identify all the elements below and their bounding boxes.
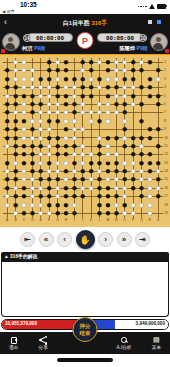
- white-stone: ●: [139, 201, 145, 209]
- black-stone: ●: [139, 100, 145, 108]
- go-to-start-button[interactable]: ⇤: [20, 232, 35, 247]
- white-status-badge: [165, 49, 169, 53]
- move-count: 316手: [91, 20, 106, 26]
- board-point-N7[interactable]: ●: [112, 108, 120, 116]
- share-button[interactable]: 分享: [39, 336, 48, 350]
- wifi-icon: [149, 4, 155, 9]
- black-stone: ●: [155, 100, 161, 108]
- black-player-name: 柯洁P9段: [22, 45, 45, 52]
- white-stone: ●: [80, 125, 86, 133]
- black-bet-total: 10,955,379,000: [2, 320, 78, 329]
- board-point-S19[interactable]: [154, 209, 162, 217]
- board-point-S17[interactable]: ●: [154, 192, 162, 200]
- black-stone: ●: [139, 83, 145, 91]
- go-to-end-button[interactable]: ⇥: [135, 232, 150, 247]
- black-stone: ●: [97, 209, 103, 217]
- black-stone: ●: [55, 209, 61, 217]
- white-stone: ●: [80, 108, 86, 116]
- board-point-H19[interactable]: ●: [62, 209, 70, 217]
- battery-icon: [157, 4, 166, 9]
- cellular-icon: [138, 6, 147, 8]
- white-stone: ●: [4, 142, 10, 150]
- prev-move-button[interactable]: ‹: [57, 232, 72, 247]
- board-point-L4[interactable]: ●: [95, 83, 103, 91]
- board-point-C19[interactable]: ●: [20, 209, 28, 217]
- black-stone: ●: [63, 209, 69, 217]
- board-point-Q4[interactable]: ●: [137, 83, 145, 91]
- white-stone: ●: [130, 209, 136, 217]
- white-captures-badge: 10: [139, 34, 147, 42]
- next-move-button[interactable]: ›: [98, 232, 113, 247]
- board-point-P6[interactable]: ●: [129, 100, 137, 108]
- exit-icon: [11, 337, 17, 344]
- white-stone: ●: [38, 209, 44, 217]
- black-stone: ●: [21, 209, 27, 217]
- board-point-K18[interactable]: [87, 201, 95, 209]
- board-point-J9[interactable]: ●: [79, 125, 87, 133]
- board-point-N8[interactable]: [112, 117, 120, 125]
- board-point-E1[interactable]: [37, 58, 45, 66]
- white-stone: ●: [97, 58, 103, 66]
- board-point-I1[interactable]: [70, 58, 78, 66]
- board-point-K10[interactable]: [87, 134, 95, 142]
- board-point-Q18[interactable]: ●: [137, 201, 145, 209]
- black-stone: ●: [147, 134, 153, 142]
- white-stone: ●: [122, 209, 128, 217]
- pass-badge: P: [77, 32, 94, 49]
- commentary-header[interactable]: ▲ 316手的解说: [1, 252, 169, 262]
- board-point-A19[interactable]: [3, 209, 11, 217]
- clock: 10:35: [20, 1, 37, 8]
- board-point-K16[interactable]: ●: [87, 184, 95, 192]
- exit-button[interactable]: 退出: [9, 336, 18, 350]
- board-point-D19[interactable]: ●: [28, 209, 36, 217]
- black-stone: ●: [88, 92, 94, 100]
- black-stone: ●: [130, 184, 136, 192]
- black-captures-badge: 14: [23, 34, 31, 42]
- white-stone: ●: [46, 209, 52, 217]
- board-point-K9[interactable]: [87, 125, 95, 133]
- column-coordinates: ABCDEFGHIJKLMNOPQRS: [3, 218, 163, 222]
- board-point-K8[interactable]: ●: [87, 117, 95, 125]
- white-stone: ●: [155, 75, 161, 83]
- status-bar: 10:35 ◀ 设置: [0, 0, 170, 14]
- black-stone: ●: [113, 134, 119, 142]
- board-point-P16[interactable]: ●: [129, 184, 137, 192]
- board-point-I19[interactable]: ●: [70, 209, 78, 217]
- board-point-R5[interactable]: ●: [146, 92, 154, 100]
- board-view-toggle-icon[interactable]: [148, 20, 152, 24]
- black-clock: 00:00:00: [27, 33, 73, 42]
- back-to-app-link[interactable]: ◀ 设置: [2, 9, 15, 14]
- player-bar: 14 10 00:00:00 00:00:00 P 柯洁P9段 陈耀烨P9段: [0, 30, 170, 55]
- board-point-S6[interactable]: ●: [154, 100, 162, 108]
- game-result-title: 白1目半胜316手: [0, 19, 170, 28]
- board-point-Q6[interactable]: ●: [137, 100, 145, 108]
- black-stone: ●: [71, 209, 77, 217]
- board-point-S3[interactable]: ●: [154, 75, 162, 83]
- white-stone: ●: [88, 184, 94, 192]
- board-point-L1[interactable]: ●: [95, 58, 103, 66]
- board-point-K5[interactable]: ●: [87, 92, 95, 100]
- black-stone: ●: [55, 117, 61, 125]
- board-point-L8[interactable]: ●: [95, 117, 103, 125]
- board-point-Q2[interactable]: ●: [137, 66, 145, 74]
- black-stone: ●: [113, 209, 119, 217]
- replay-controls: ⇤«‹✋›»⇥: [0, 227, 170, 252]
- board-point-R7[interactable]: [146, 108, 154, 116]
- black-stone: ●: [155, 125, 161, 133]
- black-stone: ●: [139, 66, 145, 74]
- board-point-N10[interactable]: ●: [112, 134, 120, 142]
- menu-book-icon: ▤: [153, 336, 160, 344]
- black-stone: ●: [155, 142, 161, 150]
- black-stone: ●: [29, 209, 35, 217]
- board-point-P19[interactable]: ●: [129, 209, 137, 217]
- board-point-S18[interactable]: [154, 201, 162, 209]
- board-point-M19[interactable]: ●: [104, 209, 112, 217]
- board-point-R6[interactable]: [146, 100, 154, 108]
- board-point-S9[interactable]: ●: [154, 125, 162, 133]
- ai-analysis-button[interactable]: A.I分析: [117, 336, 132, 350]
- board-point-A11[interactable]: ●: [3, 142, 11, 150]
- board-point-L19[interactable]: ●: [95, 209, 103, 217]
- white-stone: ●: [147, 209, 153, 217]
- white-stone: ●: [13, 209, 19, 217]
- white-stone: ●: [130, 100, 136, 108]
- white-stone: ●: [97, 83, 103, 91]
- white-stone: ●: [105, 117, 111, 125]
- white-stone: ●: [4, 201, 10, 209]
- result-text: 白1目半胜: [63, 20, 89, 26]
- black-stone: ●: [105, 209, 111, 217]
- black-stone: ●: [147, 92, 153, 100]
- white-stone: ●: [113, 108, 119, 116]
- board-point-P8[interactable]: [129, 117, 137, 125]
- white-player-name: 陈耀烨P9段: [119, 45, 148, 52]
- black-player-rank: P9段: [34, 45, 46, 51]
- white-bet-total: 3,949,906,000: [115, 320, 168, 329]
- board-point-J18[interactable]: [79, 201, 87, 209]
- white-clock: 00:00:00: [97, 33, 143, 42]
- board-point-G8[interactable]: ●: [53, 117, 61, 125]
- board-point-S11[interactable]: ●: [154, 142, 162, 150]
- board-point-J19[interactable]: [79, 209, 87, 217]
- board-point-R19[interactable]: ●: [146, 209, 154, 217]
- black-stone: ●: [122, 142, 128, 150]
- fast-rewind-button[interactable]: «: [39, 232, 54, 247]
- board-point-P7[interactable]: [129, 108, 137, 116]
- black-status-badge: [1, 49, 5, 53]
- menu-button[interactable]: ▤ 菜单: [152, 336, 161, 350]
- home-indicator[interactable]: [57, 358, 113, 362]
- bet-closed-button[interactable]: 押分 结束: [73, 317, 98, 342]
- board-point-J7[interactable]: ●: [79, 108, 87, 116]
- hand-play-button[interactable]: ✋: [76, 230, 95, 249]
- board-grid[interactable]: ●●●●●●●●●●●●●●●●●●●●●●●●●●●●●●●●●●●●●●●●…: [3, 58, 163, 218]
- board-point-O11[interactable]: ●: [120, 142, 128, 150]
- board-point-Q8[interactable]: ●: [137, 117, 145, 125]
- black-stone: ●: [147, 58, 153, 66]
- nav-bar: ‹ 白1目半胜316手: [0, 14, 170, 30]
- black-stone: ●: [80, 192, 86, 200]
- share-icon: [39, 336, 47, 344]
- board-point-O19[interactable]: ●: [120, 209, 128, 217]
- board-point-R1[interactable]: ●: [146, 58, 154, 66]
- board-point-K19[interactable]: [87, 209, 95, 217]
- magnifier-icon: [121, 337, 127, 343]
- board-point-M8[interactable]: ●: [104, 117, 112, 125]
- board-view-active-icon[interactable]: [157, 20, 161, 24]
- white-stone: ●: [88, 117, 94, 125]
- board-point-F19[interactable]: ●: [45, 209, 53, 217]
- board-point-R10[interactable]: ●: [146, 134, 154, 142]
- board-point-J17[interactable]: ●: [79, 192, 87, 200]
- board-point-K17[interactable]: [87, 192, 95, 200]
- black-stone: ●: [97, 117, 103, 125]
- board-point-A18[interactable]: ●: [3, 201, 11, 209]
- board-point-E19[interactable]: ●: [37, 209, 45, 217]
- fast-forward-button[interactable]: »: [117, 232, 132, 247]
- go-board[interactable]: ●●●●●●●●●●●●●●●●●●●●●●●●●●●●●●●●●●●●●●●●…: [0, 55, 170, 227]
- white-player-rank: P9段: [136, 45, 148, 51]
- commentary-panel: [1, 262, 169, 317]
- board-point-N19[interactable]: ●: [112, 209, 120, 217]
- black-stone: ●: [139, 117, 145, 125]
- row-coordinates: 12345678910111213141516171819: [164, 58, 170, 218]
- board-point-B19[interactable]: ●: [11, 209, 19, 217]
- board-point-S7[interactable]: [154, 108, 162, 116]
- last-move-marker: 316: [103, 159, 109, 163]
- board-point-G19[interactable]: ●: [53, 209, 61, 217]
- board-point-Q19[interactable]: [137, 209, 145, 217]
- black-stone: ●: [155, 192, 161, 200]
